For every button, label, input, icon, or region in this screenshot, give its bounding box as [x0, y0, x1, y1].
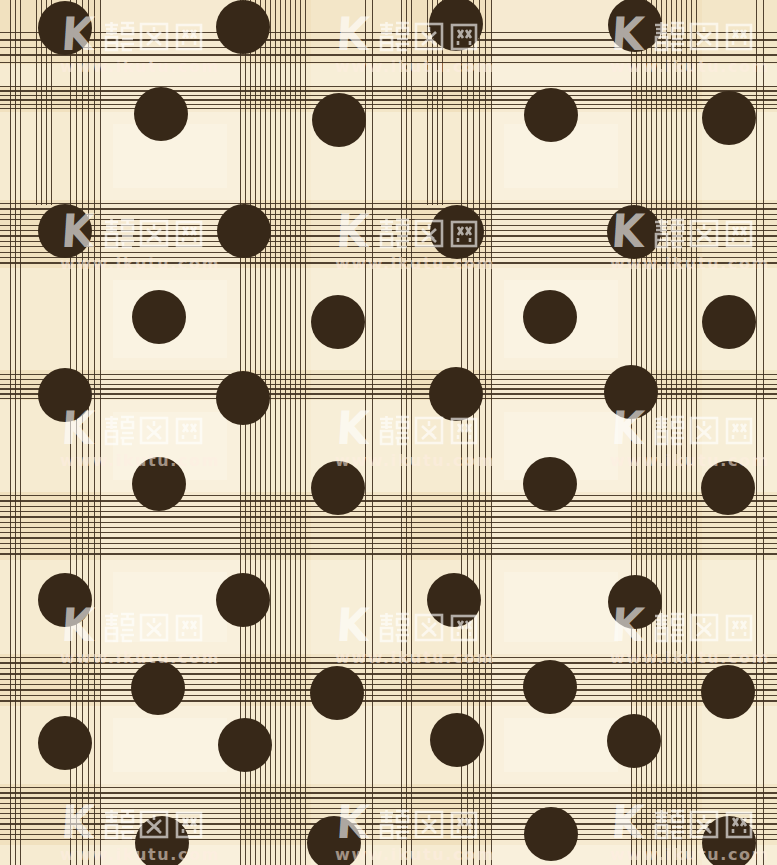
watermark: K www.ikutu.com	[335, 408, 495, 470]
polka-dot	[312, 93, 366, 147]
watermark-logo: K	[60, 211, 220, 249]
polka-dot	[216, 573, 270, 627]
plaid-inset-highlight	[504, 572, 618, 642]
watermark-logo-k-icon: K	[610, 213, 645, 249]
watermark-cjk-glyph-tu-icon	[138, 414, 170, 446]
watermark: K www.ikutu.com	[610, 408, 770, 470]
polka-dot	[430, 713, 484, 767]
watermark-logo-k-icon: K	[610, 16, 645, 52]
watermark-cjk-glyph-wang-icon	[173, 611, 205, 643]
watermark-cjk-glyph-wang-icon	[448, 414, 480, 446]
plaid-inset-highlight	[113, 718, 227, 772]
watermark: K www.ikutu.com	[60, 605, 220, 667]
watermark-cjk-glyph-wang-icon	[173, 808, 205, 840]
watermark-cjk-glyph-tu-icon	[138, 808, 170, 840]
watermark-logo-k-icon: K	[610, 410, 645, 446]
watermark-cjk-glyph-ku-icon	[653, 808, 685, 840]
watermark-logo: K	[610, 14, 770, 52]
watermark-logo-k-icon: K	[335, 213, 370, 249]
watermark-cjk-glyph-tu-icon	[688, 20, 720, 52]
polka-dot	[38, 716, 92, 770]
watermark-cjk-glyph-ku-icon	[103, 217, 135, 249]
watermark: K www.ikutu.com	[610, 211, 770, 273]
watermark-cjk-glyph-ku-icon	[378, 611, 410, 643]
watermark-cjk-glyph-ku-icon	[653, 611, 685, 643]
watermark: K www.ikutu.com	[335, 14, 495, 76]
watermark-cjk-glyph-tu-icon	[413, 808, 445, 840]
watermark: K www.ikutu.com	[335, 605, 495, 667]
watermark-cjk-glyph-wang-icon	[448, 808, 480, 840]
watermark-cjk-glyph-wang-icon	[173, 20, 205, 52]
polka-dot	[218, 718, 272, 772]
watermark-logo: K	[335, 14, 495, 52]
polka-dot	[311, 295, 365, 349]
watermark-cjk-glyph-wang-icon	[723, 611, 755, 643]
polka-dot	[523, 457, 577, 511]
watermark-logo-k-icon: K	[335, 804, 370, 840]
watermark-cjk-glyph-ku-icon	[378, 20, 410, 52]
watermark: K www.ikutu.com	[610, 802, 770, 864]
watermark-logo: K	[610, 211, 770, 249]
polka-dot	[607, 714, 661, 768]
watermark: K www.ikutu.com	[610, 605, 770, 667]
watermark-cjk-glyph-tu-icon	[688, 414, 720, 446]
watermark-cjk-glyph-tu-icon	[688, 217, 720, 249]
watermark-cjk-glyph-wang-icon	[448, 20, 480, 52]
polka-dot	[524, 807, 578, 861]
watermark-cjk-glyph-ku-icon	[653, 217, 685, 249]
watermark-cjk-glyph-wang-icon	[723, 808, 755, 840]
watermark-cjk-glyph-ku-icon	[378, 414, 410, 446]
watermark: K www.ikutu.com	[335, 802, 495, 864]
watermark-logo: K	[60, 408, 220, 446]
pattern-canvas: K www.ikutu.com K	[0, 0, 777, 865]
watermark: K www.ikutu.com	[60, 408, 220, 470]
polka-dot	[216, 0, 270, 54]
polka-dot	[523, 660, 577, 714]
watermark-logo-k-icon: K	[60, 607, 95, 643]
watermark-logo-k-icon: K	[610, 607, 645, 643]
polka-dot	[217, 204, 271, 258]
watermark-logo: K	[60, 14, 220, 52]
plaid-inset-highlight	[504, 718, 618, 772]
polka-dot	[310, 666, 364, 720]
watermark-logo-k-icon: K	[335, 16, 370, 52]
watermark-cjk-glyph-ku-icon	[103, 20, 135, 52]
polka-dot	[131, 661, 185, 715]
watermark-cjk-glyph-wang-icon	[173, 217, 205, 249]
watermark-cjk-glyph-tu-icon	[138, 217, 170, 249]
watermark-cjk-glyph-wang-icon	[723, 20, 755, 52]
watermark-cjk-glyph-wang-icon	[173, 414, 205, 446]
watermark: K www.ikutu.com	[335, 211, 495, 273]
polka-dot	[132, 290, 186, 344]
watermark: K www.ikutu.com	[60, 802, 220, 864]
watermark-logo: K	[335, 605, 495, 643]
watermark-cjk-glyph-wang-icon	[448, 611, 480, 643]
watermark-logo-k-icon: K	[60, 16, 95, 52]
watermark-logo-k-icon: K	[335, 410, 370, 446]
watermark-logo: K	[60, 802, 220, 840]
watermark-cjk-glyph-tu-icon	[413, 611, 445, 643]
watermark-logo: K	[610, 802, 770, 840]
watermark-logo: K	[610, 408, 770, 446]
watermark-cjk-glyph-tu-icon	[688, 611, 720, 643]
watermark-logo: K	[335, 211, 495, 249]
polka-dot	[134, 87, 188, 141]
watermark-logo: K	[60, 605, 220, 643]
watermark-cjk-glyph-wang-icon	[723, 217, 755, 249]
watermark-cjk-glyph-wang-icon	[448, 217, 480, 249]
watermark-logo: K	[335, 408, 495, 446]
watermark-cjk-glyph-ku-icon	[103, 808, 135, 840]
watermark: K www.ikutu.com	[610, 14, 770, 76]
watermark-cjk-glyph-ku-icon	[378, 808, 410, 840]
watermark-logo-k-icon: K	[60, 804, 95, 840]
watermark-cjk-glyph-tu-icon	[413, 20, 445, 52]
vertical-pinstripe-group	[10, 0, 21, 865]
watermark-logo-k-icon: K	[60, 410, 95, 446]
polka-dot	[524, 88, 578, 142]
watermark-cjk-glyph-ku-icon	[378, 217, 410, 249]
watermark-cjk-glyph-ku-icon	[653, 20, 685, 52]
watermark: K www.ikutu.com	[60, 211, 220, 273]
watermark-logo-k-icon: K	[60, 213, 95, 249]
polka-dot	[702, 91, 756, 145]
watermark-logo-k-icon: K	[335, 607, 370, 643]
watermark-cjk-glyph-tu-icon	[138, 20, 170, 52]
watermark-logo: K	[335, 802, 495, 840]
watermark-cjk-glyph-tu-icon	[413, 217, 445, 249]
polka-dot	[702, 295, 756, 349]
watermark-logo: K	[610, 605, 770, 643]
watermark-cjk-glyph-tu-icon	[413, 414, 445, 446]
watermark: K www.ikutu.com	[60, 14, 220, 76]
watermark-logo-k-icon: K	[610, 804, 645, 840]
watermark-cjk-glyph-tu-icon	[138, 611, 170, 643]
watermark-cjk-glyph-ku-icon	[103, 611, 135, 643]
watermark-cjk-glyph-wang-icon	[723, 414, 755, 446]
polka-dot	[523, 290, 577, 344]
polka-dot	[216, 371, 270, 425]
watermark-cjk-glyph-ku-icon	[103, 414, 135, 446]
polka-dot	[701, 665, 755, 719]
watermark-cjk-glyph-tu-icon	[688, 808, 720, 840]
watermark-cjk-glyph-ku-icon	[653, 414, 685, 446]
